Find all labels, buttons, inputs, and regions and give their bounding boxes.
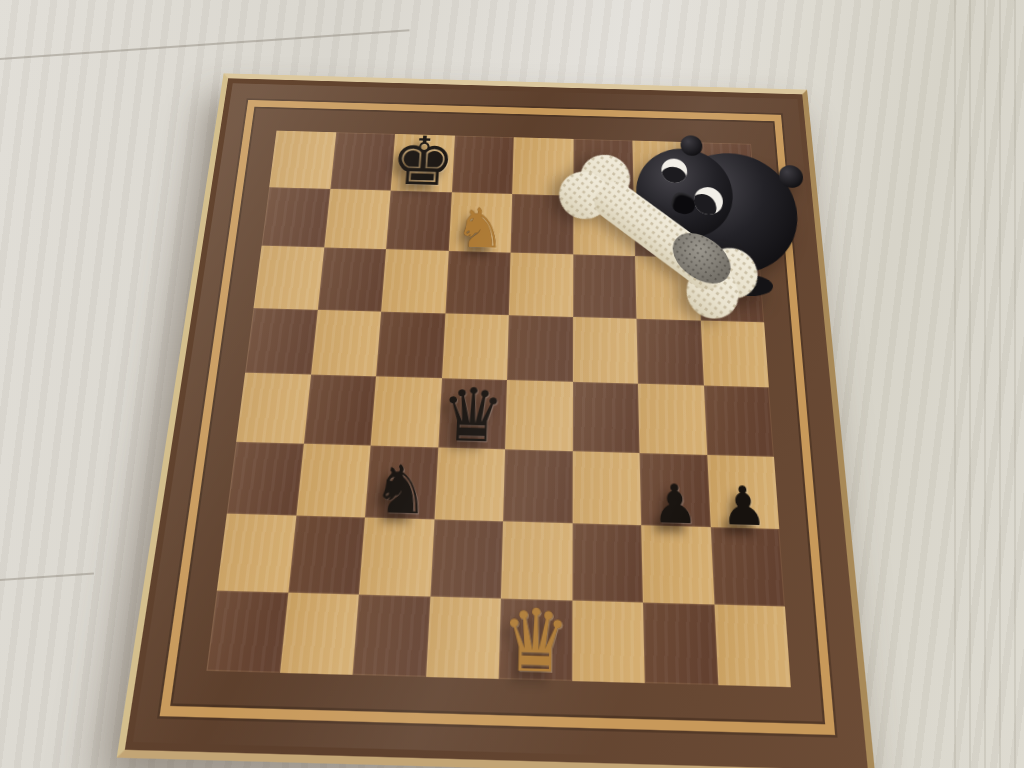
square-a3[interactable] xyxy=(227,441,304,515)
square-c1[interactable] xyxy=(353,594,430,677)
square-b2[interactable] xyxy=(288,516,365,594)
square-e7[interactable] xyxy=(511,194,573,255)
square-e2[interactable] xyxy=(501,521,572,600)
square-e4[interactable] xyxy=(505,380,572,451)
square-h8[interactable] xyxy=(692,142,755,200)
square-a6[interactable] xyxy=(254,246,324,310)
black-pawn-h3[interactable]: ♟ xyxy=(719,478,767,533)
square-f8[interactable] xyxy=(573,139,634,197)
photo-of-chessboard: { "game": "chess", "scene": "Overhead ph… xyxy=(0,0,1024,768)
square-d7[interactable]: ♞ xyxy=(448,192,512,253)
square-e8[interactable] xyxy=(512,137,573,195)
square-b1[interactable] xyxy=(279,592,358,675)
square-f1[interactable] xyxy=(572,600,645,683)
square-b3[interactable] xyxy=(296,443,371,517)
square-b6[interactable] xyxy=(317,247,386,311)
square-d5[interactable] xyxy=(442,313,509,380)
black-pawn-g3[interactable]: ♟ xyxy=(652,476,699,531)
square-e1[interactable]: ♛ xyxy=(499,598,572,681)
square-f6[interactable] xyxy=(573,254,637,318)
square-c4[interactable] xyxy=(371,376,442,447)
square-g7[interactable] xyxy=(634,197,698,258)
square-d8[interactable] xyxy=(451,136,513,194)
square-b7[interactable] xyxy=(324,188,391,249)
square-a8[interactable] xyxy=(269,131,336,189)
square-c6[interactable] xyxy=(381,249,448,313)
square-g1[interactable] xyxy=(643,602,718,685)
square-h4[interactable] xyxy=(703,385,774,456)
square-g2[interactable] xyxy=(641,525,714,604)
square-g4[interactable] xyxy=(638,384,707,455)
square-e3[interactable] xyxy=(503,449,572,523)
square-d1[interactable] xyxy=(426,596,501,679)
square-h3[interactable]: ♟ xyxy=(707,454,780,529)
square-c8[interactable]: ♚ xyxy=(391,134,455,192)
black-knight[interactable]: ♞ xyxy=(371,455,432,523)
square-e5[interactable] xyxy=(507,315,573,382)
square-b5[interactable] xyxy=(311,309,382,376)
table-surface: ♚♞♛♞♟♟♛ xyxy=(0,0,1024,768)
square-a5[interactable] xyxy=(245,308,317,375)
square-h6[interactable] xyxy=(697,258,764,322)
black-king[interactable]: ♚ xyxy=(388,127,456,196)
square-a2[interactable] xyxy=(217,514,296,592)
square-a4[interactable] xyxy=(236,373,310,443)
square-g3[interactable]: ♟ xyxy=(640,453,711,528)
square-h5[interactable] xyxy=(700,320,769,387)
square-f5[interactable] xyxy=(572,316,637,383)
square-h2[interactable] xyxy=(710,527,785,606)
square-c3[interactable]: ♞ xyxy=(365,445,438,519)
dog-right-ear xyxy=(778,165,804,188)
white-knight[interactable]: ♞ xyxy=(454,200,507,256)
square-d2[interactable] xyxy=(430,519,503,598)
square-e6[interactable] xyxy=(509,253,573,317)
chessboard: ♚♞♛♞♟♟♛ xyxy=(117,73,876,768)
square-h1[interactable] xyxy=(714,604,791,687)
square-c5[interactable] xyxy=(376,311,445,378)
square-f4[interactable] xyxy=(572,382,639,453)
square-g5[interactable] xyxy=(636,318,703,385)
square-g6[interactable] xyxy=(635,256,700,320)
square-h7[interactable] xyxy=(694,199,759,260)
square-f2[interactable] xyxy=(572,523,643,602)
square-f7[interactable] xyxy=(573,195,635,256)
black-queen[interactable]: ♛ xyxy=(439,378,506,453)
square-a7[interactable] xyxy=(262,187,330,248)
square-f3[interactable] xyxy=(572,451,641,526)
square-a1[interactable] xyxy=(206,590,287,673)
white-queen[interactable]: ♛ xyxy=(500,597,570,686)
square-d4[interactable]: ♛ xyxy=(438,378,507,449)
board-grid: ♚♞♛♞♟♟♛ xyxy=(206,131,790,688)
square-b4[interactable] xyxy=(303,375,376,446)
square-g8[interactable] xyxy=(632,141,694,199)
square-b8[interactable] xyxy=(330,132,395,190)
